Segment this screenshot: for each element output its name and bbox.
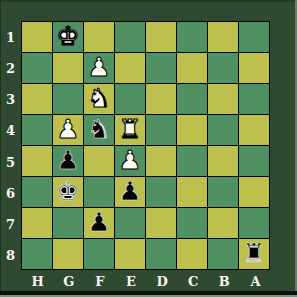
- square-a2[interactable]: [239, 53, 269, 83]
- square-f1[interactable]: [84, 22, 114, 52]
- square-b7[interactable]: [208, 208, 238, 238]
- file-label-d: D: [147, 271, 178, 291]
- square-b3[interactable]: [208, 84, 238, 114]
- square-a6[interactable]: [239, 177, 269, 207]
- black-pawn-icon: ♟: [56, 147, 79, 173]
- square-e5[interactable]: ♟: [115, 146, 145, 176]
- square-b8[interactable]: [208, 239, 238, 269]
- square-a3[interactable]: [239, 84, 269, 114]
- square-g1[interactable]: ♚: [53, 22, 83, 52]
- rank-label-5: 5: [0, 147, 21, 178]
- square-g5[interactable]: ♟: [53, 146, 83, 176]
- white-rook-icon: ♜: [118, 116, 141, 142]
- square-d5[interactable]: [146, 146, 176, 176]
- square-f4[interactable]: ♞: [84, 115, 114, 145]
- square-c2[interactable]: [177, 53, 207, 83]
- square-h7[interactable]: [22, 208, 52, 238]
- square-c6[interactable]: [177, 177, 207, 207]
- file-label-f: F: [84, 271, 115, 291]
- square-c4[interactable]: [177, 115, 207, 145]
- square-e4[interactable]: ♜: [115, 115, 145, 145]
- square-a1[interactable]: [239, 22, 269, 52]
- white-knight-icon: ♞: [87, 85, 110, 111]
- square-f8[interactable]: [84, 239, 114, 269]
- frame-top-edge: [0, 0, 297, 2]
- square-f6[interactable]: [84, 177, 114, 207]
- square-f7[interactable]: ♟: [84, 208, 114, 238]
- black-pawn-icon: ♟: [118, 178, 141, 204]
- square-a4[interactable]: [239, 115, 269, 145]
- square-g4[interactable]: ♟: [53, 115, 83, 145]
- white-pawn-icon: ♟: [87, 54, 110, 80]
- rank-label-3: 3: [0, 84, 21, 115]
- square-b5[interactable]: [208, 146, 238, 176]
- square-d8[interactable]: [146, 239, 176, 269]
- square-h2[interactable]: [22, 53, 52, 83]
- square-g7[interactable]: [53, 208, 83, 238]
- square-d1[interactable]: [146, 22, 176, 52]
- chessboard-window: 12345678 ♚♟♞♟♞♜♟♟♚♟♟♜ HGFEDCBA: [0, 0, 297, 297]
- rank-labels: 12345678: [0, 22, 21, 271]
- square-a5[interactable]: [239, 146, 269, 176]
- square-b1[interactable]: [208, 22, 238, 52]
- square-b2[interactable]: [208, 53, 238, 83]
- square-d3[interactable]: [146, 84, 176, 114]
- square-e3[interactable]: [115, 84, 145, 114]
- square-f5[interactable]: [84, 146, 114, 176]
- square-h8[interactable]: [22, 239, 52, 269]
- square-b4[interactable]: [208, 115, 238, 145]
- square-g6[interactable]: ♚: [53, 177, 83, 207]
- file-label-h: H: [22, 271, 53, 291]
- file-label-a: A: [240, 271, 271, 291]
- rank-label-8: 8: [0, 240, 21, 271]
- square-c5[interactable]: [177, 146, 207, 176]
- file-label-c: C: [178, 271, 209, 291]
- black-knight-icon: ♞: [87, 116, 110, 142]
- white-pawn-icon: ♟: [56, 116, 79, 142]
- square-e2[interactable]: [115, 53, 145, 83]
- square-e1[interactable]: [115, 22, 145, 52]
- square-g2[interactable]: [53, 53, 83, 83]
- square-e8[interactable]: [115, 239, 145, 269]
- square-a8[interactable]: ♜: [239, 239, 269, 269]
- square-d2[interactable]: [146, 53, 176, 83]
- square-d4[interactable]: [146, 115, 176, 145]
- square-h6[interactable]: [22, 177, 52, 207]
- square-h5[interactable]: [22, 146, 52, 176]
- black-pawn-icon: ♟: [87, 209, 110, 235]
- file-label-e: E: [115, 271, 146, 291]
- square-a7[interactable]: [239, 208, 269, 238]
- rank-label-2: 2: [0, 53, 21, 84]
- rank-label-6: 6: [0, 178, 21, 209]
- square-c3[interactable]: [177, 84, 207, 114]
- file-label-b: B: [209, 271, 240, 291]
- square-f2[interactable]: ♟: [84, 53, 114, 83]
- square-h3[interactable]: [22, 84, 52, 114]
- rank-label-1: 1: [0, 22, 21, 53]
- square-g3[interactable]: [53, 84, 83, 114]
- square-f3[interactable]: ♞: [84, 84, 114, 114]
- square-h4[interactable]: [22, 115, 52, 145]
- square-e7[interactable]: [115, 208, 145, 238]
- black-rook-icon: ♜: [242, 240, 265, 266]
- square-c8[interactable]: [177, 239, 207, 269]
- frame-right-edge: [295, 0, 297, 297]
- file-labels: HGFEDCBA: [22, 271, 271, 291]
- file-label-g: G: [53, 271, 84, 291]
- white-king-icon: ♚: [56, 23, 79, 49]
- square-e6[interactable]: ♟: [115, 177, 145, 207]
- white-pawn-icon: ♟: [118, 147, 141, 173]
- chess-board: ♚♟♞♟♞♜♟♟♚♟♟♜: [21, 21, 270, 270]
- square-b6[interactable]: [208, 177, 238, 207]
- square-c1[interactable]: [177, 22, 207, 52]
- black-king-icon: ♚: [56, 178, 79, 204]
- rank-label-4: 4: [0, 115, 21, 146]
- square-c7[interactable]: [177, 208, 207, 238]
- square-d7[interactable]: [146, 208, 176, 238]
- square-g8[interactable]: [53, 239, 83, 269]
- rank-label-7: 7: [0, 209, 21, 240]
- square-h1[interactable]: [22, 22, 52, 52]
- square-d6[interactable]: [146, 177, 176, 207]
